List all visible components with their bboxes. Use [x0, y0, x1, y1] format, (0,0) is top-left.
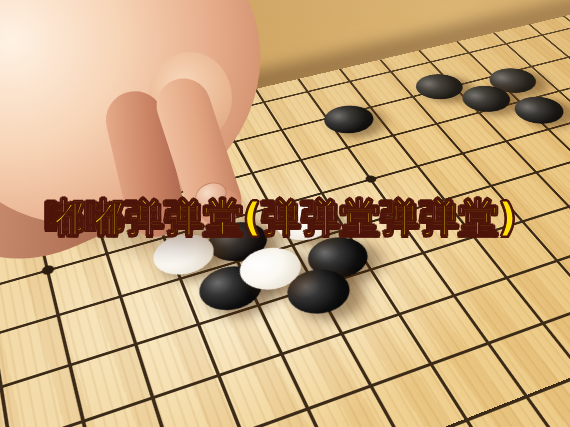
- go-board-photo: 嘟嘟弹弹堂(弹弹堂弹弹堂): [0, 0, 570, 427]
- overlay-caption: 嘟嘟弹弹堂(弹弹堂弹弹堂): [46, 191, 517, 245]
